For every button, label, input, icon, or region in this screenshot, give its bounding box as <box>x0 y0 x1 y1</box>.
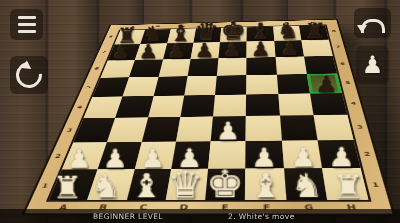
move-indicator: 2. White's move <box>228 212 295 221</box>
square-h5[interactable]: ♟ <box>307 73 342 93</box>
board-scene: ABCDEFGH ABCDEFGH 87654321 87654321 ♜♞♝♛… <box>75 0 355 223</box>
square-e6[interactable] <box>217 58 247 76</box>
square-g4[interactable] <box>278 94 313 116</box>
menu-button[interactable] <box>10 9 43 40</box>
square-b1[interactable]: ♞ <box>87 169 134 200</box>
square-a1[interactable]: ♜ <box>49 169 98 200</box>
level-label: BEGINNER LEVEL <box>93 212 163 221</box>
undo-arrow-icon <box>361 19 385 33</box>
chess-board: ♜♞♝♛♚♝♞♜♟♟♟♟♟♟♟♟♟♟♟♟♟♟♟♟♜♞♝♛♚♝♞♜ <box>46 24 372 201</box>
board-frame: ABCDEFGH ABCDEFGH 87654321 87654321 ♜♞♝♛… <box>25 20 393 214</box>
rotate-board-button[interactable] <box>10 56 48 94</box>
undo-button[interactable] <box>354 8 391 38</box>
square-h2[interactable]: ♟ <box>317 140 360 168</box>
square-e5[interactable] <box>215 75 247 95</box>
square-g7[interactable]: ♟ <box>274 40 304 57</box>
square-f5[interactable] <box>246 74 278 94</box>
status-bar: BEGINNER LEVEL 2. White's move <box>0 209 400 223</box>
black-pawn-g7[interactable]: ♟ <box>270 38 310 59</box>
square-g6[interactable] <box>275 56 306 74</box>
square-d5[interactable] <box>184 76 217 96</box>
square-h1[interactable]: ♜ <box>322 168 369 200</box>
circular-arrow-icon <box>11 57 48 94</box>
square-d6[interactable] <box>187 58 218 76</box>
square-c3[interactable] <box>141 117 180 142</box>
pawn-icon: ♟ <box>362 51 384 79</box>
square-f4[interactable] <box>246 94 279 116</box>
hamburger-icon <box>18 16 36 19</box>
square-e4[interactable] <box>213 95 246 117</box>
white-pawn-e3[interactable]: ♟ <box>204 119 253 144</box>
square-b3[interactable] <box>107 117 147 141</box>
black-pawn-h5[interactable]: ♟ <box>304 73 349 96</box>
square-e3[interactable]: ♟ <box>211 116 246 141</box>
square-c6[interactable] <box>158 59 190 77</box>
square-c4[interactable] <box>148 95 184 117</box>
white-rook-a1[interactable]: ♜ <box>41 172 94 203</box>
square-g3[interactable] <box>280 115 318 140</box>
square-h3[interactable] <box>313 115 353 140</box>
square-c5[interactable] <box>153 76 187 96</box>
square-d4[interactable] <box>180 95 215 117</box>
player-mode-button[interactable]: ♟ <box>356 46 389 84</box>
square-f6[interactable] <box>247 57 277 75</box>
square-h4[interactable] <box>310 93 348 115</box>
white-rook-h1[interactable]: ♜ <box>319 171 377 203</box>
